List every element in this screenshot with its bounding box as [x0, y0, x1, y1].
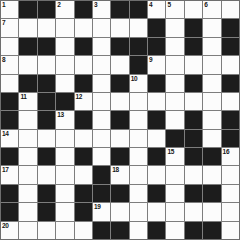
white-cell-r9c9[interactable] — [166, 166, 183, 183]
white-cell-r10c7[interactable] — [130, 185, 147, 202]
black-cell-r5c0 — [1, 93, 18, 110]
clue-number-18: 18 — [112, 166, 119, 173]
white-cell-r11c11[interactable] — [203, 203, 220, 220]
white-cell-r7c3[interactable] — [56, 130, 73, 147]
white-cell-r11c12[interactable] — [222, 203, 239, 220]
white-cell-r1c3[interactable] — [56, 19, 73, 36]
black-cell-r4c12 — [222, 75, 239, 92]
clue-number-10: 10 — [131, 75, 138, 82]
clue-number-9: 9 — [149, 56, 152, 63]
clue-number-7: 7 — [2, 19, 5, 26]
white-cell-r11c6[interactable] — [111, 203, 128, 220]
black-cell-r0c2 — [38, 1, 55, 18]
black-cell-r0c7 — [130, 1, 147, 18]
white-cell-r3c3[interactable] — [56, 56, 73, 73]
white-cell-r5c5[interactable] — [93, 93, 110, 110]
white-cell-r4c5[interactable] — [93, 75, 110, 92]
white-cell-r3c5[interactable] — [93, 56, 110, 73]
white-cell-r8c9[interactable]: 15 — [166, 148, 183, 165]
white-cell-r2c3[interactable] — [56, 38, 73, 55]
white-cell-r9c12[interactable] — [222, 166, 239, 183]
black-cell-r2c12 — [222, 38, 239, 55]
clue-number-8: 8 — [2, 56, 5, 63]
white-cell-r1c9[interactable] — [166, 19, 183, 36]
white-cell-r6c9[interactable] — [166, 111, 183, 128]
black-cell-r10c11 — [203, 185, 220, 202]
black-cell-r1c8 — [148, 19, 165, 36]
white-cell-r3c4[interactable] — [75, 56, 92, 73]
white-cell-r1c4[interactable] — [75, 19, 92, 36]
white-cell-r6c3[interactable]: 13 — [56, 111, 73, 128]
white-cell-r2c0[interactable] — [1, 38, 18, 55]
white-cell-r2c5[interactable] — [93, 38, 110, 55]
white-cell-r5c10[interactable] — [185, 93, 202, 110]
white-cell-r11c8[interactable] — [148, 203, 165, 220]
white-cell-r1c0[interactable]: 7 — [1, 19, 18, 36]
black-cell-r10c8 — [148, 185, 165, 202]
black-cell-r4c10 — [185, 75, 202, 92]
white-cell-r12c4[interactable] — [75, 222, 92, 239]
black-cell-r6c4 — [75, 111, 92, 128]
white-cell-r11c9[interactable] — [166, 203, 183, 220]
black-cell-r5c2 — [38, 93, 55, 110]
white-cell-r1c1[interactable] — [19, 19, 36, 36]
white-cell-r5c12[interactable] — [222, 93, 239, 110]
white-cell-r9c6[interactable]: 18 — [111, 166, 128, 183]
black-cell-r6c2 — [38, 111, 55, 128]
white-cell-r0c12[interactable] — [222, 1, 239, 18]
black-cell-r10c6 — [111, 185, 128, 202]
white-cell-r8c12[interactable]: 16 — [222, 148, 239, 165]
white-cell-r6c1[interactable] — [19, 111, 36, 128]
white-cell-r9c1[interactable] — [19, 166, 36, 183]
clue-number-20: 20 — [2, 222, 9, 229]
black-cell-r2c4 — [75, 38, 92, 55]
crossword-grid: 1234567891011121314151617181920 — [0, 0, 240, 240]
black-cell-r11c0 — [1, 203, 18, 220]
clue-number-14: 14 — [2, 130, 9, 137]
black-cell-r7c9 — [166, 130, 183, 147]
white-cell-r9c0[interactable]: 17 — [1, 166, 18, 183]
white-cell-r5c11[interactable] — [203, 93, 220, 110]
white-cell-r0c5[interactable]: 3 — [93, 1, 110, 18]
white-cell-r4c9[interactable] — [166, 75, 183, 92]
clue-number-15: 15 — [167, 148, 174, 155]
black-cell-r2c10 — [185, 38, 202, 55]
white-cell-r1c6[interactable] — [111, 19, 128, 36]
white-cell-r10c3[interactable] — [56, 185, 73, 202]
black-cell-r9c5 — [93, 166, 110, 183]
clue-number-2: 2 — [57, 1, 60, 8]
white-cell-r6c11[interactable] — [203, 111, 220, 128]
white-cell-r12c7[interactable] — [130, 222, 147, 239]
black-cell-r7c10 — [185, 130, 202, 147]
black-cell-r2c6 — [111, 38, 128, 55]
white-cell-r12c3[interactable] — [56, 222, 73, 239]
white-cell-r2c9[interactable] — [166, 38, 183, 55]
black-cell-r1c12 — [222, 19, 239, 36]
white-cell-r8c1[interactable] — [19, 148, 36, 165]
white-cell-r3c6[interactable] — [111, 56, 128, 73]
black-cell-r10c5 — [93, 185, 110, 202]
black-cell-r11c2 — [38, 203, 55, 220]
black-cell-r4c2 — [38, 75, 55, 92]
clue-number-17: 17 — [2, 166, 9, 173]
white-cell-r11c5[interactable]: 19 — [93, 203, 110, 220]
white-cell-r3c1[interactable] — [19, 56, 36, 73]
white-cell-r5c7[interactable] — [130, 93, 147, 110]
white-cell-r9c8[interactable] — [148, 166, 165, 183]
white-cell-r9c7[interactable] — [130, 166, 147, 183]
black-cell-r12c8 — [148, 222, 165, 239]
white-cell-r0c9[interactable]: 5 — [166, 1, 183, 18]
black-cell-r8c11 — [203, 148, 220, 165]
white-cell-r12c1[interactable] — [19, 222, 36, 239]
white-cell-r0c10[interactable] — [185, 1, 202, 18]
black-cell-r4c8 — [148, 75, 165, 92]
black-cell-r10c0 — [1, 185, 18, 202]
black-cell-r2c7 — [130, 38, 147, 55]
white-cell-r1c11[interactable] — [203, 19, 220, 36]
white-cell-r7c5[interactable] — [93, 130, 110, 147]
black-cell-r10c10 — [185, 185, 202, 202]
white-cell-r11c3[interactable] — [56, 203, 73, 220]
black-cell-r8c2 — [38, 148, 55, 165]
white-cell-r10c9[interactable] — [166, 185, 183, 202]
black-cell-r12c11 — [203, 222, 220, 239]
white-cell-r5c9[interactable] — [166, 93, 183, 110]
black-cell-r4c6 — [111, 75, 128, 92]
white-cell-r4c3[interactable] — [56, 75, 73, 92]
white-cell-r0c11[interactable]: 6 — [203, 1, 220, 18]
black-cell-r2c1 — [19, 38, 36, 55]
white-cell-r10c12[interactable] — [222, 185, 239, 202]
black-cell-r8c0 — [1, 148, 18, 165]
white-cell-r0c0[interactable]: 1 — [1, 1, 18, 18]
white-cell-r3c8[interactable]: 9 — [148, 56, 165, 73]
white-cell-r3c11[interactable] — [203, 56, 220, 73]
white-cell-r4c0[interactable] — [1, 75, 18, 92]
black-cell-r8c6 — [111, 148, 128, 165]
clue-number-3: 3 — [94, 1, 97, 8]
white-cell-r12c12[interactable] — [222, 222, 239, 239]
clue-number-6: 6 — [204, 1, 207, 8]
black-cell-r10c4 — [75, 185, 92, 202]
white-cell-r10c1[interactable] — [19, 185, 36, 202]
black-cell-r6c12 — [222, 111, 239, 128]
white-cell-r7c4[interactable] — [75, 130, 92, 147]
black-cell-r8c4 — [75, 148, 92, 165]
white-cell-r7c8[interactable] — [148, 130, 165, 147]
white-cell-r7c0[interactable]: 14 — [1, 130, 18, 147]
white-cell-r3c12[interactable] — [222, 56, 239, 73]
white-cell-r9c3[interactable] — [56, 166, 73, 183]
white-cell-r3c10[interactable] — [185, 56, 202, 73]
black-cell-r6c6 — [111, 111, 128, 128]
white-cell-r5c1[interactable]: 11 — [19, 93, 36, 110]
white-cell-r2c11[interactable] — [203, 38, 220, 55]
white-cell-r3c9[interactable] — [166, 56, 183, 73]
black-cell-r0c1 — [19, 1, 36, 18]
white-cell-r8c7[interactable] — [130, 148, 147, 165]
white-cell-r5c8[interactable] — [148, 93, 165, 110]
white-cell-r1c7[interactable] — [130, 19, 147, 36]
white-cell-r6c5[interactable] — [93, 111, 110, 128]
white-cell-r9c2[interactable] — [38, 166, 55, 183]
white-cell-r3c2[interactable] — [38, 56, 55, 73]
clue-number-12: 12 — [76, 93, 83, 100]
white-cell-r9c4[interactable] — [75, 166, 92, 183]
black-cell-r12c5 — [93, 222, 110, 239]
black-cell-r2c2 — [38, 38, 55, 55]
clue-number-13: 13 — [57, 111, 64, 118]
black-cell-r10c2 — [38, 185, 55, 202]
white-cell-r9c10[interactable] — [185, 166, 202, 183]
white-cell-r3c0[interactable]: 8 — [1, 56, 18, 73]
white-cell-r11c10[interactable] — [185, 203, 202, 220]
clue-number-1: 1 — [2, 1, 5, 8]
white-cell-r9c11[interactable] — [203, 166, 220, 183]
white-cell-r1c5[interactable] — [93, 19, 110, 36]
white-cell-r12c0[interactable]: 20 — [1, 222, 18, 239]
black-cell-r4c4 — [75, 75, 92, 92]
black-cell-r11c4 — [75, 203, 92, 220]
white-cell-r12c9[interactable] — [166, 222, 183, 239]
black-cell-r4c1 — [19, 75, 36, 92]
black-cell-r1c10 — [185, 19, 202, 36]
black-cell-r5c3 — [56, 93, 73, 110]
white-cell-r7c6[interactable] — [111, 130, 128, 147]
white-cell-r1c2[interactable] — [38, 19, 55, 36]
white-cell-r7c2[interactable] — [38, 130, 55, 147]
clue-number-11: 11 — [20, 93, 26, 100]
black-cell-r12c10 — [185, 222, 202, 239]
white-cell-r4c11[interactable] — [203, 75, 220, 92]
white-cell-r7c7[interactable] — [130, 130, 147, 147]
black-cell-r6c0 — [1, 111, 18, 128]
black-cell-r0c4 — [75, 1, 92, 18]
white-cell-r11c7[interactable] — [130, 203, 147, 220]
white-cell-r5c6[interactable] — [111, 93, 128, 110]
black-cell-r8c8 — [148, 148, 165, 165]
white-cell-r6c7[interactable] — [130, 111, 147, 128]
black-cell-r6c8 — [148, 111, 165, 128]
clue-number-16: 16 — [223, 148, 230, 155]
white-cell-r5c4[interactable]: 12 — [75, 93, 92, 110]
black-cell-r8c10 — [185, 148, 202, 165]
white-cell-r7c1[interactable] — [19, 130, 36, 147]
clue-number-19: 19 — [94, 203, 101, 210]
white-cell-r0c8[interactable]: 4 — [148, 1, 165, 18]
white-cell-r0c3[interactable]: 2 — [56, 1, 73, 18]
black-cell-r12c6 — [111, 222, 128, 239]
black-cell-r2c8 — [148, 38, 165, 55]
black-cell-r7c12 — [222, 130, 239, 147]
black-cell-r0c6 — [111, 1, 128, 18]
black-cell-r6c10 — [185, 111, 202, 128]
white-cell-r4c7[interactable]: 10 — [130, 75, 147, 92]
white-cell-r8c3[interactable] — [56, 148, 73, 165]
clue-number-4: 4 — [149, 1, 152, 8]
white-cell-r11c1[interactable] — [19, 203, 36, 220]
white-cell-r8c5[interactable] — [93, 148, 110, 165]
black-cell-r3c7 — [130, 56, 147, 73]
white-cell-r12c2[interactable] — [38, 222, 55, 239]
clue-number-5: 5 — [167, 1, 170, 8]
white-cell-r7c11[interactable] — [203, 130, 220, 147]
